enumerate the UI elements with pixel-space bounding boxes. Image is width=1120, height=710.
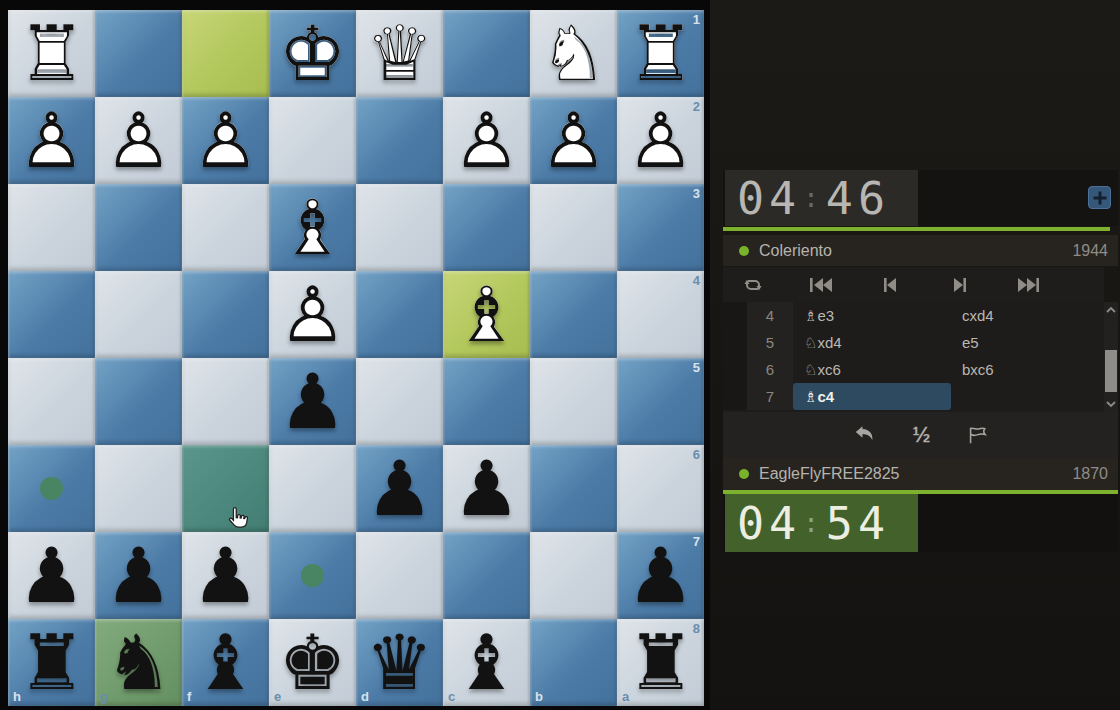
player-clock-minutes: 04 bbox=[737, 497, 801, 550]
black-queen[interactable]: ♛ bbox=[356, 619, 443, 706]
white-pawn[interactable]: ♟♙ bbox=[530, 97, 617, 184]
piece-outline: ♙ bbox=[269, 271, 356, 358]
square-h4[interactable] bbox=[8, 271, 95, 358]
move-black-4[interactable]: cxd4 bbox=[951, 302, 1104, 329]
file-label-d: d bbox=[361, 690, 369, 703]
square-c1[interactable] bbox=[443, 10, 530, 97]
move-list-scrollbar[interactable] bbox=[1104, 302, 1118, 412]
square-e6[interactable] bbox=[269, 445, 356, 532]
file-label-g: g bbox=[100, 690, 108, 703]
move-white-7[interactable]: ♗c4 bbox=[793, 383, 951, 410]
square-g2[interactable]: ♟♙ bbox=[95, 97, 182, 184]
go-next-icon[interactable] bbox=[948, 278, 971, 292]
square-d3[interactable] bbox=[356, 184, 443, 271]
square-g1[interactable] bbox=[95, 10, 182, 97]
rank-label-6: 6 bbox=[693, 448, 700, 461]
player-name[interactable]: EagleFlyFREE2825 bbox=[759, 465, 900, 483]
square-h7[interactable]: ♟ bbox=[8, 532, 95, 619]
square-f2[interactable]: ♟♙ bbox=[182, 97, 269, 184]
square-e8[interactable]: ♚e bbox=[269, 619, 356, 706]
white-pawn[interactable]: ♟♙ bbox=[617, 97, 704, 184]
give-more-time-button[interactable] bbox=[1088, 186, 1111, 209]
player-clock: 04:54 bbox=[725, 494, 918, 552]
square-c3[interactable] bbox=[443, 184, 530, 271]
file-label-c: c bbox=[448, 690, 455, 703]
player-row: EagleFlyFREE2825 1870 bbox=[723, 458, 1118, 490]
white-queen[interactable]: ♛♕ bbox=[356, 10, 443, 97]
square-g4[interactable] bbox=[95, 271, 182, 358]
move-white-4[interactable]: ♗e3 bbox=[793, 302, 951, 329]
black-bishop[interactable]: ♝ bbox=[443, 619, 530, 706]
square-e5[interactable]: ♟ bbox=[269, 358, 356, 445]
square-e3[interactable]: ♝♗ bbox=[269, 184, 356, 271]
rank-label-7: 7 bbox=[693, 535, 700, 548]
move-black-6[interactable]: bxc6 bbox=[951, 356, 1104, 383]
black-pawn[interactable]: ♟ bbox=[617, 532, 704, 619]
square-f1[interactable] bbox=[182, 10, 269, 97]
white-king[interactable]: ♚♔ bbox=[269, 10, 356, 97]
piece-outline: ♕ bbox=[356, 10, 443, 97]
piece-outline: ♗ bbox=[443, 271, 530, 358]
opponent-clock: 04:46 bbox=[725, 170, 918, 226]
square-d2[interactable] bbox=[356, 97, 443, 184]
black-knight[interactable]: ♞ bbox=[95, 619, 182, 706]
opponent-clock-row: 04:46 bbox=[723, 170, 1118, 226]
square-f7[interactable]: ♟ bbox=[182, 532, 269, 619]
black-rook[interactable]: ♜ bbox=[8, 619, 95, 706]
opponent-time-bar bbox=[723, 227, 1110, 231]
square-b1[interactable]: ♞♘ bbox=[530, 10, 617, 97]
square-d8[interactable]: ♛d bbox=[356, 619, 443, 706]
white-pawn[interactable]: ♟♙ bbox=[8, 97, 95, 184]
square-c5[interactable] bbox=[443, 358, 530, 445]
scroll-down-icon[interactable] bbox=[1104, 398, 1118, 410]
black-king[interactable]: ♚ bbox=[269, 619, 356, 706]
square-h5[interactable] bbox=[8, 358, 95, 445]
opponent-clock-seconds: 46 bbox=[826, 172, 890, 225]
white-pawn[interactable]: ♟♙ bbox=[269, 271, 356, 358]
rank-label-4: 4 bbox=[693, 274, 700, 287]
square-g3[interactable] bbox=[95, 184, 182, 271]
square-f8[interactable]: ♝f bbox=[182, 619, 269, 706]
move-number: 4 bbox=[747, 302, 793, 329]
move-list-gutter bbox=[723, 302, 747, 329]
square-a8[interactable]: ♜8a bbox=[617, 619, 704, 706]
black-pawn[interactable]: ♟ bbox=[356, 445, 443, 532]
move-number: 5 bbox=[747, 329, 793, 356]
rank-label-1: 1 bbox=[693, 13, 700, 26]
square-a2[interactable]: ♟♙2 bbox=[617, 97, 704, 184]
chess-board[interactable]: ♜♖♚♔♛♕♞♘♜♖1♟♙♟♙♟♙♟♙♟♙♟♙2♝♗3♟♙♝♗4♟5♟♟6♟♟♟… bbox=[8, 10, 704, 706]
square-b4[interactable] bbox=[530, 271, 617, 358]
square-b2[interactable]: ♟♙ bbox=[530, 97, 617, 184]
piece-outline: ♙ bbox=[443, 97, 530, 184]
white-rook[interactable]: ♜♖ bbox=[617, 10, 704, 97]
move-list-gutter bbox=[723, 356, 747, 383]
square-b3[interactable] bbox=[530, 184, 617, 271]
replay-controls bbox=[723, 267, 1104, 302]
rank-label-2: 2 bbox=[693, 100, 700, 113]
go-previous-icon[interactable] bbox=[879, 278, 902, 292]
piece-outline: ♙ bbox=[530, 97, 617, 184]
rank-label-3: 3 bbox=[693, 187, 700, 200]
square-b6[interactable] bbox=[530, 445, 617, 532]
move-black-5[interactable]: e5 bbox=[951, 329, 1104, 356]
white-knight[interactable]: ♞♘ bbox=[530, 10, 617, 97]
file-label-f: f bbox=[187, 690, 191, 703]
square-a3[interactable]: 3 bbox=[617, 184, 704, 271]
square-h3[interactable] bbox=[8, 184, 95, 271]
file-label-a: a bbox=[622, 690, 629, 703]
square-e7[interactable] bbox=[269, 532, 356, 619]
square-g7[interactable]: ♟ bbox=[95, 532, 182, 619]
square-h1[interactable]: ♜♖ bbox=[8, 10, 95, 97]
move-black-7 bbox=[951, 383, 1104, 410]
online-status-icon bbox=[739, 246, 749, 256]
black-pawn[interactable]: ♟ bbox=[269, 358, 356, 445]
square-a1[interactable]: ♜♖1 bbox=[617, 10, 704, 97]
square-f3[interactable] bbox=[182, 184, 269, 271]
square-g5[interactable] bbox=[95, 358, 182, 445]
black-pawn[interactable]: ♟ bbox=[182, 532, 269, 619]
square-d5[interactable] bbox=[356, 358, 443, 445]
white-bishop[interactable]: ♝♗ bbox=[269, 184, 356, 271]
square-h8[interactable]: ♜h bbox=[8, 619, 95, 706]
player-clock-seconds: 54 bbox=[826, 497, 890, 550]
move-destination-dot bbox=[40, 477, 63, 500]
square-h2[interactable]: ♟♙ bbox=[8, 97, 95, 184]
rank-label-8: 8 bbox=[693, 622, 700, 635]
file-label-b: b bbox=[535, 690, 543, 703]
opponent-row: Coleriento 1944 bbox=[723, 235, 1118, 266]
black-pawn[interactable]: ♟ bbox=[443, 445, 530, 532]
move-list-gutter bbox=[723, 383, 747, 410]
rank-label-5: 5 bbox=[693, 361, 700, 374]
clock-separator: : bbox=[803, 508, 824, 538]
square-b8[interactable]: b bbox=[530, 619, 617, 706]
square-c6[interactable]: ♟ bbox=[443, 445, 530, 532]
square-f5[interactable] bbox=[182, 358, 269, 445]
white-bishop[interactable]: ♝♗ bbox=[443, 271, 530, 358]
square-g6[interactable] bbox=[95, 445, 182, 532]
square-d6[interactable]: ♟ bbox=[356, 445, 443, 532]
piece-outline: ♗ bbox=[269, 184, 356, 271]
white-rook[interactable]: ♜♖ bbox=[8, 10, 95, 97]
scroll-up-icon[interactable] bbox=[1104, 304, 1118, 316]
resign-flag-button[interactable] bbox=[965, 424, 989, 446]
square-c4[interactable]: ♝♗ bbox=[443, 271, 530, 358]
square-b7[interactable] bbox=[530, 532, 617, 619]
move-number: 7 bbox=[747, 383, 793, 410]
piece-outline: ♔ bbox=[269, 10, 356, 97]
go-first-icon[interactable] bbox=[810, 278, 833, 292]
square-d4[interactable] bbox=[356, 271, 443, 358]
move-list-gutter bbox=[723, 329, 747, 356]
opponent-rating: 1944 bbox=[1072, 242, 1108, 260]
move-number: 6 bbox=[747, 356, 793, 383]
square-a5[interactable]: 5 bbox=[617, 358, 704, 445]
move-list: 4♗e3cxd45♘xd4e56♘xc6bxc67♗c4 bbox=[723, 302, 1104, 412]
square-e2[interactable] bbox=[269, 97, 356, 184]
scrollbar-thumb[interactable] bbox=[1105, 350, 1117, 392]
piece-outline: ♙ bbox=[8, 97, 95, 184]
square-a6[interactable]: 6 bbox=[617, 445, 704, 532]
piece-outline: ♘ bbox=[530, 10, 617, 97]
hand-cursor-icon bbox=[224, 505, 252, 533]
player-clock-row: 04:54 bbox=[723, 494, 1118, 552]
square-a4[interactable]: 4 bbox=[617, 271, 704, 358]
piece-outline: ♖ bbox=[617, 10, 704, 97]
flip-board-icon[interactable] bbox=[742, 276, 764, 294]
square-c8[interactable]: ♝c bbox=[443, 619, 530, 706]
move-white-5[interactable]: ♘xd4 bbox=[793, 329, 951, 356]
clock-separator: : bbox=[803, 183, 824, 213]
takeback-button[interactable] bbox=[852, 423, 878, 447]
piece-outline: ♙ bbox=[182, 97, 269, 184]
online-status-icon bbox=[739, 469, 749, 479]
piece-outline: ♙ bbox=[617, 97, 704, 184]
black-bishop[interactable]: ♝ bbox=[182, 619, 269, 706]
opponent-name[interactable]: Coleriento bbox=[759, 242, 832, 260]
white-pawn[interactable]: ♟♙ bbox=[95, 97, 182, 184]
white-pawn[interactable]: ♟♙ bbox=[182, 97, 269, 184]
square-c2[interactable]: ♟♙ bbox=[443, 97, 530, 184]
square-a7[interactable]: ♟7 bbox=[617, 532, 704, 619]
move-destination-dot bbox=[301, 564, 324, 587]
square-f4[interactable] bbox=[182, 271, 269, 358]
square-e4[interactable]: ♟♙ bbox=[269, 271, 356, 358]
square-g8[interactable]: ♞g bbox=[95, 619, 182, 706]
game-actions: ½ bbox=[723, 412, 1118, 458]
black-pawn[interactable]: ♟ bbox=[95, 532, 182, 619]
square-d1[interactable]: ♛♕ bbox=[356, 10, 443, 97]
move-white-6[interactable]: ♘xc6 bbox=[793, 356, 951, 383]
square-d7[interactable] bbox=[356, 532, 443, 619]
black-rook[interactable]: ♜ bbox=[617, 619, 704, 706]
player-rating: 1870 bbox=[1072, 465, 1108, 483]
file-label-e: e bbox=[274, 690, 281, 703]
offer-draw-button[interactable]: ½ bbox=[912, 422, 930, 448]
square-e1[interactable]: ♚♔ bbox=[269, 10, 356, 97]
square-h6[interactable] bbox=[8, 445, 95, 532]
black-pawn[interactable]: ♟ bbox=[8, 532, 95, 619]
piece-outline: ♖ bbox=[8, 10, 95, 97]
piece-outline: ♙ bbox=[95, 97, 182, 184]
file-label-h: h bbox=[13, 690, 21, 703]
opponent-clock-minutes: 04 bbox=[737, 172, 801, 225]
white-pawn[interactable]: ♟♙ bbox=[443, 97, 530, 184]
go-last-icon[interactable] bbox=[1017, 278, 1040, 292]
square-c7[interactable] bbox=[443, 532, 530, 619]
square-b5[interactable] bbox=[530, 358, 617, 445]
